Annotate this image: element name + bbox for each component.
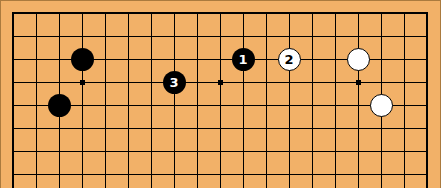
move-1-stone-black[interactable]: 1 <box>232 48 255 71</box>
stones-grid: 123 <box>2 2 439 186</box>
stone-black[interactable] <box>71 48 94 71</box>
move-3-stone-black[interactable]: 3 <box>163 71 186 94</box>
go-board-surface[interactable]: 123 <box>1 1 440 188</box>
stone-black[interactable] <box>48 94 71 117</box>
go-diagram: 123 <box>0 0 441 188</box>
move-2-stone-white[interactable]: 2 <box>278 48 301 71</box>
stone-white[interactable] <box>370 94 393 117</box>
stone-white[interactable] <box>347 48 370 71</box>
